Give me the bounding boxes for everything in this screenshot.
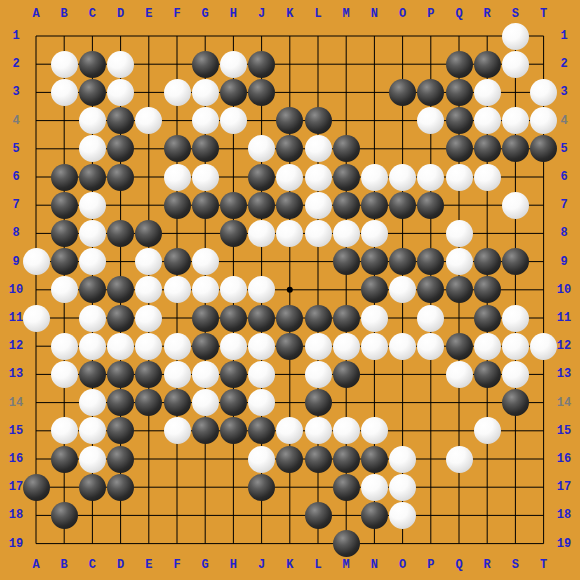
row-label-left: 15 [9, 425, 23, 437]
white-stone [474, 333, 501, 360]
white-stone [417, 164, 444, 191]
white-stone [502, 305, 529, 332]
row-label-right: 17 [557, 481, 571, 493]
white-stone [23, 248, 50, 275]
black-stone [389, 248, 416, 275]
black-stone [220, 389, 247, 416]
column-label-bottom: E [145, 559, 152, 571]
white-stone [192, 79, 219, 106]
white-stone [164, 417, 191, 444]
black-stone [248, 474, 275, 501]
black-stone [276, 446, 303, 473]
row-label-right: 19 [557, 538, 571, 550]
black-stone [305, 389, 332, 416]
white-stone [107, 333, 134, 360]
row-label-right: 14 [557, 397, 571, 409]
black-stone [333, 192, 360, 219]
black-stone [361, 192, 388, 219]
white-stone [220, 276, 247, 303]
black-stone [79, 164, 106, 191]
column-label-bottom: P [427, 559, 434, 571]
white-stone [276, 220, 303, 247]
white-stone [248, 446, 275, 473]
column-label-top: S [512, 8, 519, 20]
white-stone [502, 192, 529, 219]
column-label-bottom: C [89, 559, 96, 571]
black-stone [51, 446, 78, 473]
row-label-right: 1 [560, 30, 567, 42]
row-label-left: 5 [12, 143, 19, 155]
row-label-left: 6 [12, 171, 19, 183]
white-stone [305, 164, 332, 191]
row-label-left: 12 [9, 340, 23, 352]
black-stone [51, 164, 78, 191]
white-stone [530, 79, 557, 106]
row-label-left: 13 [9, 368, 23, 380]
black-stone [135, 220, 162, 247]
white-stone [248, 220, 275, 247]
white-stone [164, 164, 191, 191]
white-stone [192, 361, 219, 388]
black-stone [474, 361, 501, 388]
white-stone [389, 502, 416, 529]
row-label-left: 4 [12, 115, 19, 127]
column-label-top: L [314, 8, 321, 20]
white-stone [502, 51, 529, 78]
black-stone [446, 107, 473, 134]
row-label-left: 9 [12, 256, 19, 268]
black-stone [446, 276, 473, 303]
black-stone [333, 530, 360, 557]
black-stone [192, 135, 219, 162]
white-stone [389, 333, 416, 360]
black-stone [502, 135, 529, 162]
white-stone [474, 164, 501, 191]
white-stone [51, 276, 78, 303]
black-stone [333, 164, 360, 191]
column-label-bottom: A [32, 559, 39, 571]
column-label-bottom: L [314, 559, 321, 571]
white-stone [361, 474, 388, 501]
column-label-bottom: M [343, 559, 350, 571]
white-stone [446, 361, 473, 388]
white-stone [474, 107, 501, 134]
black-stone [107, 446, 134, 473]
white-stone [192, 248, 219, 275]
white-stone [107, 51, 134, 78]
column-label-top: O [399, 8, 406, 20]
black-stone [248, 192, 275, 219]
white-stone [446, 220, 473, 247]
white-stone [192, 164, 219, 191]
column-label-top: R [484, 8, 491, 20]
white-stone [446, 164, 473, 191]
black-stone [51, 502, 78, 529]
black-stone [107, 474, 134, 501]
black-stone [389, 79, 416, 106]
white-stone [305, 361, 332, 388]
black-stone [474, 305, 501, 332]
row-label-left: 3 [12, 86, 19, 98]
white-stone [51, 361, 78, 388]
row-label-right: 18 [557, 509, 571, 521]
white-stone [530, 333, 557, 360]
black-stone [107, 220, 134, 247]
black-stone [446, 333, 473, 360]
black-stone [333, 361, 360, 388]
column-label-top: K [286, 8, 293, 20]
white-stone [164, 333, 191, 360]
white-stone [248, 389, 275, 416]
black-stone [361, 502, 388, 529]
column-label-top: M [343, 8, 350, 20]
black-stone [220, 417, 247, 444]
row-label-left: 10 [9, 284, 23, 296]
black-stone [79, 361, 106, 388]
black-stone [51, 248, 78, 275]
column-label-top: N [371, 8, 378, 20]
row-label-left: 7 [12, 199, 19, 211]
column-label-bottom: S [512, 559, 519, 571]
black-stone [192, 192, 219, 219]
row-label-left: 8 [12, 227, 19, 239]
column-label-bottom: Q [455, 559, 462, 571]
black-stone [417, 192, 444, 219]
black-stone [79, 474, 106, 501]
black-stone [192, 51, 219, 78]
row-label-left: 2 [12, 58, 19, 70]
black-stone [446, 135, 473, 162]
white-stone [192, 389, 219, 416]
white-stone [502, 107, 529, 134]
white-stone [192, 276, 219, 303]
white-stone [276, 164, 303, 191]
column-label-bottom: R [484, 559, 491, 571]
black-stone [305, 502, 332, 529]
white-stone [502, 361, 529, 388]
white-stone [192, 107, 219, 134]
column-label-top: D [117, 8, 124, 20]
white-stone [305, 192, 332, 219]
column-label-top: P [427, 8, 434, 20]
white-stone [502, 23, 529, 50]
black-stone [164, 192, 191, 219]
white-stone [361, 333, 388, 360]
column-label-top: T [540, 8, 547, 20]
row-label-right: 5 [560, 143, 567, 155]
white-stone [79, 389, 106, 416]
white-stone [389, 474, 416, 501]
column-label-top: E [145, 8, 152, 20]
row-label-right: 2 [560, 58, 567, 70]
black-stone [164, 135, 191, 162]
black-stone [107, 361, 134, 388]
white-stone [79, 192, 106, 219]
row-label-right: 11 [557, 312, 571, 324]
column-label-bottom: G [202, 559, 209, 571]
row-label-right: 9 [560, 256, 567, 268]
white-stone [164, 361, 191, 388]
white-stone [474, 417, 501, 444]
black-stone [446, 79, 473, 106]
white-stone [530, 107, 557, 134]
column-label-top: J [258, 8, 265, 20]
row-label-right: 15 [557, 425, 571, 437]
white-stone [389, 446, 416, 473]
black-stone [107, 305, 134, 332]
white-stone [220, 107, 247, 134]
white-stone [79, 220, 106, 247]
white-stone [135, 305, 162, 332]
black-stone [333, 446, 360, 473]
white-stone [333, 333, 360, 360]
black-stone [107, 164, 134, 191]
white-stone [333, 417, 360, 444]
black-stone [446, 51, 473, 78]
black-stone [248, 51, 275, 78]
column-label-bottom: T [540, 559, 547, 571]
column-label-bottom: B [61, 559, 68, 571]
column-label-top: Q [455, 8, 462, 20]
black-stone [361, 446, 388, 473]
black-stone [305, 446, 332, 473]
row-label-right: 10 [557, 284, 571, 296]
row-label-right: 8 [560, 227, 567, 239]
white-stone [361, 164, 388, 191]
black-stone [79, 79, 106, 106]
black-stone [417, 79, 444, 106]
white-stone [79, 305, 106, 332]
black-stone [276, 192, 303, 219]
white-stone [333, 220, 360, 247]
white-stone [79, 248, 106, 275]
row-label-left: 17 [9, 481, 23, 493]
black-stone [474, 276, 501, 303]
white-stone [417, 333, 444, 360]
white-stone [135, 333, 162, 360]
row-label-left: 19 [9, 538, 23, 550]
white-stone [51, 79, 78, 106]
white-stone [107, 79, 134, 106]
black-stone [276, 333, 303, 360]
black-stone [164, 248, 191, 275]
black-stone [361, 276, 388, 303]
black-stone [164, 389, 191, 416]
black-stone [51, 220, 78, 247]
row-label-right: 13 [557, 368, 571, 380]
white-stone [164, 79, 191, 106]
column-label-top: G [202, 8, 209, 20]
black-stone [248, 164, 275, 191]
white-stone [502, 333, 529, 360]
white-stone [79, 446, 106, 473]
white-stone [23, 305, 50, 332]
white-stone [305, 220, 332, 247]
white-stone [248, 361, 275, 388]
white-stone [305, 417, 332, 444]
white-stone [305, 333, 332, 360]
row-label-left: 18 [9, 509, 23, 521]
row-label-left: 14 [9, 397, 23, 409]
black-stone [79, 51, 106, 78]
black-stone [474, 248, 501, 275]
white-stone [220, 51, 247, 78]
row-label-right: 7 [560, 199, 567, 211]
black-stone [389, 192, 416, 219]
black-stone [333, 474, 360, 501]
column-label-top: A [32, 8, 39, 20]
black-stone [107, 389, 134, 416]
black-stone [51, 192, 78, 219]
row-label-right: 6 [560, 171, 567, 183]
black-stone [333, 135, 360, 162]
white-stone [446, 446, 473, 473]
row-label-left: 16 [9, 453, 23, 465]
white-stone [220, 333, 247, 360]
column-label-bottom: F [173, 559, 180, 571]
white-stone [361, 417, 388, 444]
row-label-left: 11 [9, 312, 23, 324]
white-stone [164, 276, 191, 303]
column-label-bottom: K [286, 559, 293, 571]
row-label-right: 4 [560, 115, 567, 127]
row-label-left: 1 [12, 30, 19, 42]
row-label-right: 12 [557, 340, 571, 352]
black-stone [333, 305, 360, 332]
black-stone [502, 248, 529, 275]
black-stone [333, 248, 360, 275]
black-stone [220, 192, 247, 219]
white-stone [79, 107, 106, 134]
black-stone [361, 248, 388, 275]
white-stone [79, 135, 106, 162]
white-stone [79, 333, 106, 360]
white-stone [248, 333, 275, 360]
black-stone [220, 305, 247, 332]
black-stone [220, 79, 247, 106]
white-stone [51, 417, 78, 444]
black-stone [474, 135, 501, 162]
column-label-top: H [230, 8, 237, 20]
black-stone [474, 51, 501, 78]
white-stone [474, 79, 501, 106]
white-stone [305, 135, 332, 162]
black-stone [107, 107, 134, 134]
star-point [287, 287, 293, 293]
black-stone [79, 276, 106, 303]
white-stone [446, 248, 473, 275]
white-stone [361, 220, 388, 247]
black-stone [248, 79, 275, 106]
black-stone [23, 474, 50, 501]
white-stone [389, 164, 416, 191]
black-stone [192, 333, 219, 360]
black-stone [220, 361, 247, 388]
black-stone [220, 220, 247, 247]
black-stone [305, 305, 332, 332]
row-label-right: 3 [560, 86, 567, 98]
white-stone [417, 305, 444, 332]
black-stone [502, 389, 529, 416]
column-label-bottom: O [399, 559, 406, 571]
row-label-right: 16 [557, 453, 571, 465]
column-label-bottom: D [117, 559, 124, 571]
white-stone [51, 51, 78, 78]
white-stone [51, 333, 78, 360]
white-stone [79, 417, 106, 444]
go-board[interactable]: AABBCCDDEEFFGGHHJJKKLLMMNNOOPPQQRRSSTT11… [0, 0, 580, 580]
black-stone [135, 361, 162, 388]
black-stone [192, 417, 219, 444]
black-stone [305, 107, 332, 134]
column-label-bottom: H [230, 559, 237, 571]
black-stone [248, 305, 275, 332]
black-stone [192, 305, 219, 332]
column-label-bottom: N [371, 559, 378, 571]
column-label-bottom: J [258, 559, 265, 571]
black-stone [276, 305, 303, 332]
column-label-top: B [61, 8, 68, 20]
white-stone [361, 305, 388, 332]
column-label-top: F [173, 8, 180, 20]
column-label-top: C [89, 8, 96, 20]
